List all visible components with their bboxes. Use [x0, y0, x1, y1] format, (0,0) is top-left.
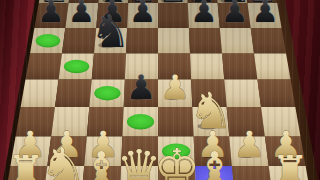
square-h5[interactable]: [254, 54, 291, 80]
square-a4[interactable]: [21, 80, 59, 108]
square-f5[interactable]: [190, 54, 224, 80]
legal-move-dot-b5[interactable]: [64, 60, 89, 74]
square-a5[interactable]: [25, 54, 62, 80]
square-g6[interactable]: [220, 28, 254, 54]
square-h4[interactable]: [257, 80, 295, 108]
piece-black-pawn-f7[interactable]: ♟: [190, 0, 217, 29]
piece-black-pawn-a7[interactable]: ♟: [37, 0, 64, 29]
piece-white-rook-h1[interactable]: ♜: [271, 147, 309, 180]
square-e6[interactable]: [158, 28, 190, 54]
piece-black-pawn-g7[interactable]: ♟: [221, 0, 248, 29]
square-h6[interactable]: [251, 28, 286, 54]
piece-white-bishop-f1[interactable]: ♝: [193, 142, 236, 180]
chess-board[interactable]: ♜♝♛♚♝♞♜♟♟♟♟♟♟♟♞♟♟♞♟♟♟♟♟♟♜♞♝♛♚♝♜: [0, 0, 320, 180]
app-background: ♜♝♛♚♝♞♜♟♟♟♟♟♟♟♞♟♟♞♟♟♟♟♟♟♜♞♝♛♚♝♜: [0, 0, 320, 180]
square-b4[interactable]: [55, 80, 92, 108]
piece-black-pawn-h7[interactable]: ♟: [252, 0, 279, 29]
piece-white-pawn-g2[interactable]: ♟: [233, 124, 265, 166]
legal-move-dot-c4[interactable]: [94, 86, 120, 100]
legal-move-dot-d3[interactable]: [127, 114, 154, 129]
square-f6[interactable]: [189, 28, 222, 54]
piece-black-knight-c6[interactable]: ♞: [90, 5, 130, 58]
square-g1[interactable]: [232, 166, 273, 180]
square-d6[interactable]: [126, 28, 158, 54]
piece-black-pawn-d4[interactable]: ♟: [126, 68, 156, 107]
square-g5[interactable]: [222, 54, 257, 80]
piece-black-pawn-d7[interactable]: ♟: [129, 0, 156, 29]
legal-move-dot-a6[interactable]: [36, 34, 61, 47]
piece-white-pawn-e4[interactable]: ♟: [160, 68, 190, 107]
